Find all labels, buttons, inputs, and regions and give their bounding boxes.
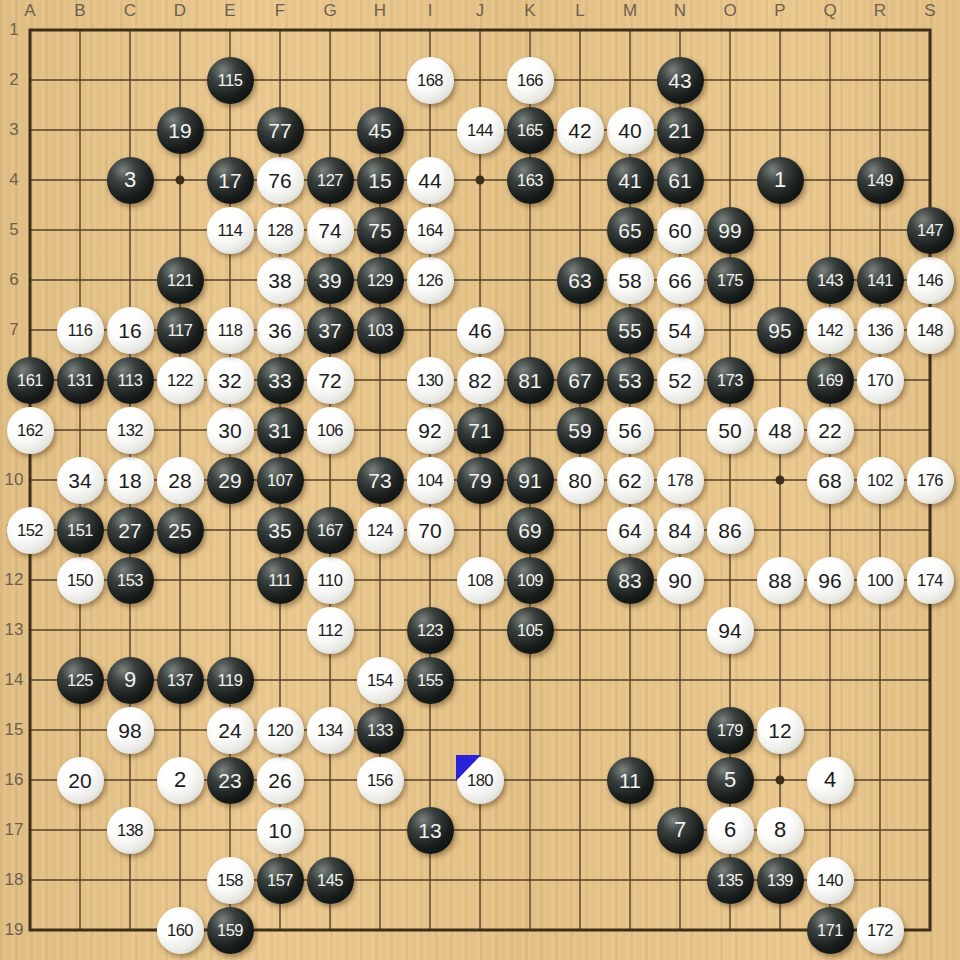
stone-black-95[interactable]: 95 bbox=[757, 307, 804, 354]
stone-black-167[interactable]: 167 bbox=[307, 507, 354, 554]
stone-move-number: 148 bbox=[917, 322, 943, 339]
stone-white-38[interactable]: 38 bbox=[257, 257, 304, 304]
stone-move-number: 94 bbox=[718, 620, 741, 641]
stone-black-37[interactable]: 37 bbox=[307, 307, 354, 354]
stone-white-124[interactable]: 124 bbox=[357, 507, 404, 554]
stone-white-154[interactable]: 154 bbox=[357, 657, 404, 704]
row-label: 18 bbox=[0, 871, 28, 889]
stone-move-number: 18 bbox=[118, 470, 141, 491]
stone-black-45[interactable]: 45 bbox=[357, 107, 404, 154]
stone-move-number: 74 bbox=[318, 220, 341, 241]
stone-white-106[interactable]: 106 bbox=[307, 407, 354, 454]
stone-white-88[interactable]: 88 bbox=[757, 557, 804, 604]
col-label: Q bbox=[816, 2, 844, 20]
stone-white-32[interactable]: 32 bbox=[207, 357, 254, 404]
row-label: 7 bbox=[0, 321, 28, 339]
stone-white-140[interactable]: 140 bbox=[807, 857, 854, 904]
stone-move-number: 84 bbox=[668, 520, 691, 541]
stone-black-159[interactable]: 159 bbox=[207, 907, 254, 954]
stone-black-149[interactable]: 149 bbox=[857, 157, 904, 204]
stone-move-number: 66 bbox=[668, 270, 691, 291]
stone-black-23[interactable]: 23 bbox=[207, 757, 254, 804]
stone-black-133[interactable]: 133 bbox=[357, 707, 404, 754]
stone-white-68[interactable]: 68 bbox=[807, 457, 854, 504]
row-label: 4 bbox=[0, 171, 28, 189]
stone-white-100[interactable]: 100 bbox=[857, 557, 904, 604]
stone-white-50[interactable]: 50 bbox=[707, 407, 754, 454]
stone-black-77[interactable]: 77 bbox=[257, 107, 304, 154]
stone-move-number: 150 bbox=[67, 572, 93, 589]
stone-white-26[interactable]: 26 bbox=[257, 757, 304, 804]
stone-white-98[interactable]: 98 bbox=[107, 707, 154, 754]
stone-black-33[interactable]: 33 bbox=[257, 357, 304, 404]
stone-move-number: 155 bbox=[417, 672, 443, 689]
stone-white-6[interactable]: 6 bbox=[707, 807, 754, 854]
col-label: A bbox=[16, 2, 44, 20]
stone-white-40[interactable]: 40 bbox=[607, 107, 654, 154]
stone-white-60[interactable]: 60 bbox=[657, 207, 704, 254]
stone-black-21[interactable]: 21 bbox=[657, 107, 704, 154]
stone-move-number: 115 bbox=[218, 72, 243, 89]
stone-black-99[interactable]: 99 bbox=[707, 207, 754, 254]
stone-move-number: 22 bbox=[818, 420, 841, 441]
col-label: B bbox=[66, 2, 94, 20]
stone-move-number: 125 bbox=[67, 672, 93, 689]
stone-black-125[interactable]: 125 bbox=[57, 657, 104, 704]
stone-move-number: 52 bbox=[668, 370, 691, 391]
stone-white-102[interactable]: 102 bbox=[857, 457, 904, 504]
stone-move-number: 152 bbox=[17, 522, 43, 539]
stone-white-116[interactable]: 116 bbox=[57, 307, 104, 354]
stone-move-number: 128 bbox=[267, 222, 293, 239]
stone-black-153[interactable]: 153 bbox=[107, 557, 154, 604]
stone-move-number: 178 bbox=[667, 472, 693, 489]
stone-white-18[interactable]: 18 bbox=[107, 457, 154, 504]
stone-black-11[interactable]: 11 bbox=[607, 757, 654, 804]
stone-white-2[interactable]: 2 bbox=[157, 757, 204, 804]
stone-black-109[interactable]: 109 bbox=[507, 557, 554, 604]
col-label: P bbox=[766, 2, 794, 20]
stone-move-number: 151 bbox=[67, 522, 93, 539]
stone-move-number: 171 bbox=[817, 922, 843, 939]
stone-move-number: 20 bbox=[68, 770, 91, 791]
stone-white-62[interactable]: 62 bbox=[607, 457, 654, 504]
stone-move-number: 112 bbox=[318, 622, 343, 639]
stone-black-139[interactable]: 139 bbox=[757, 857, 804, 904]
stone-white-132[interactable]: 132 bbox=[107, 407, 154, 454]
stone-black-103[interactable]: 103 bbox=[357, 307, 404, 354]
stone-black-15[interactable]: 15 bbox=[357, 157, 404, 204]
stone-black-91[interactable]: 91 bbox=[507, 457, 554, 504]
stone-white-136[interactable]: 136 bbox=[857, 307, 904, 354]
stone-move-number: 173 bbox=[717, 372, 743, 389]
stone-move-number: 71 bbox=[468, 420, 491, 441]
stone-move-number: 16 bbox=[118, 320, 141, 341]
col-label: D bbox=[166, 2, 194, 20]
stone-white-8[interactable]: 8 bbox=[757, 807, 804, 854]
stone-white-114[interactable]: 114 bbox=[207, 207, 254, 254]
stone-white-176[interactable]: 176 bbox=[907, 457, 954, 504]
stone-move-number: 42 bbox=[568, 120, 591, 141]
stone-move-number: 54 bbox=[668, 320, 691, 341]
stone-move-number: 111 bbox=[268, 572, 292, 589]
stone-move-number: 146 bbox=[917, 272, 943, 289]
stone-white-158[interactable]: 158 bbox=[207, 857, 254, 904]
stone-white-10[interactable]: 10 bbox=[257, 807, 304, 854]
stone-white-168[interactable]: 168 bbox=[407, 57, 454, 104]
col-label: I bbox=[416, 2, 444, 20]
stone-black-163[interactable]: 163 bbox=[507, 157, 554, 204]
col-label: E bbox=[216, 2, 244, 20]
stone-black-41[interactable]: 41 bbox=[607, 157, 654, 204]
stone-move-number: 25 bbox=[168, 520, 191, 541]
stone-white-48[interactable]: 48 bbox=[757, 407, 804, 454]
stone-move-number: 119 bbox=[218, 672, 243, 689]
stone-black-123[interactable]: 123 bbox=[407, 607, 454, 654]
stone-white-64[interactable]: 64 bbox=[607, 507, 654, 554]
stone-move-number: 104 bbox=[417, 472, 443, 489]
stone-black-175[interactable]: 175 bbox=[707, 257, 754, 304]
stone-white-80[interactable]: 80 bbox=[557, 457, 604, 504]
stone-move-number: 168 bbox=[417, 72, 443, 89]
stone-white-152[interactable]: 152 bbox=[7, 507, 54, 554]
stone-move-number: 142 bbox=[817, 322, 843, 339]
stone-move-number: 70 bbox=[418, 520, 441, 541]
stone-black-117[interactable]: 117 bbox=[157, 307, 204, 354]
stone-move-number: 136 bbox=[867, 322, 893, 339]
stone-black-119[interactable]: 119 bbox=[207, 657, 254, 704]
stone-white-22[interactable]: 22 bbox=[807, 407, 854, 454]
stone-move-number: 26 bbox=[268, 770, 291, 791]
stone-move-number: 11 bbox=[619, 770, 641, 791]
stone-move-number: 127 bbox=[317, 172, 343, 189]
col-label: S bbox=[916, 2, 944, 20]
stone-black-157[interactable]: 157 bbox=[257, 857, 304, 904]
stone-white-172[interactable]: 172 bbox=[857, 907, 904, 954]
stone-white-122[interactable]: 122 bbox=[157, 357, 204, 404]
stone-black-127[interactable]: 127 bbox=[307, 157, 354, 204]
stone-black-53[interactable]: 53 bbox=[607, 357, 654, 404]
stone-white-142[interactable]: 142 bbox=[807, 307, 854, 354]
stone-white-44[interactable]: 44 bbox=[407, 157, 454, 204]
stone-move-number: 46 bbox=[468, 320, 491, 341]
stone-black-9[interactable]: 9 bbox=[107, 657, 154, 704]
stone-white-12[interactable]: 12 bbox=[757, 707, 804, 754]
stone-white-34[interactable]: 34 bbox=[57, 457, 104, 504]
stone-black-171[interactable]: 171 bbox=[807, 907, 854, 954]
stone-move-number: 34 bbox=[68, 470, 91, 491]
stone-move-number: 75 bbox=[368, 220, 391, 241]
stone-move-number: 38 bbox=[268, 270, 291, 291]
stone-move-number: 109 bbox=[517, 572, 543, 589]
stone-black-25[interactable]: 25 bbox=[157, 507, 204, 554]
stone-white-76[interactable]: 76 bbox=[257, 157, 304, 204]
stone-move-number: 134 bbox=[317, 722, 343, 739]
stone-move-number: 63 bbox=[568, 270, 591, 291]
stone-move-number: 30 bbox=[218, 420, 241, 441]
stone-black-29[interactable]: 29 bbox=[207, 457, 254, 504]
stone-move-number: 21 bbox=[668, 120, 691, 141]
stone-move-number: 61 bbox=[668, 170, 691, 191]
stone-white-66[interactable]: 66 bbox=[657, 257, 704, 304]
stone-move-number: 55 bbox=[618, 320, 641, 341]
stone-black-105[interactable]: 105 bbox=[507, 607, 554, 654]
stone-move-number: 64 bbox=[618, 520, 641, 541]
stone-move-number: 156 bbox=[367, 772, 393, 789]
stone-white-174[interactable]: 174 bbox=[907, 557, 954, 604]
stone-white-20[interactable]: 20 bbox=[57, 757, 104, 804]
stone-black-75[interactable]: 75 bbox=[357, 207, 404, 254]
stone-black-81[interactable]: 81 bbox=[507, 357, 554, 404]
stone-black-73[interactable]: 73 bbox=[357, 457, 404, 504]
stone-white-104[interactable]: 104 bbox=[407, 457, 454, 504]
stone-white-178[interactable]: 178 bbox=[657, 457, 704, 504]
row-label: 17 bbox=[0, 821, 28, 839]
stone-black-59[interactable]: 59 bbox=[557, 407, 604, 454]
stone-black-121[interactable]: 121 bbox=[157, 257, 204, 304]
stone-move-number: 45 bbox=[368, 120, 391, 141]
stone-move-number: 159 bbox=[217, 922, 243, 939]
stone-black-35[interactable]: 35 bbox=[257, 507, 304, 554]
row-label: 5 bbox=[0, 221, 28, 239]
stone-black-69[interactable]: 69 bbox=[507, 507, 554, 554]
stone-black-61[interactable]: 61 bbox=[657, 157, 704, 204]
stone-move-number: 164 bbox=[417, 222, 443, 239]
stone-move-number: 106 bbox=[317, 422, 343, 439]
stone-black-71[interactable]: 71 bbox=[457, 407, 504, 454]
stone-white-54[interactable]: 54 bbox=[657, 307, 704, 354]
stone-white-82[interactable]: 82 bbox=[457, 357, 504, 404]
stone-white-90[interactable]: 90 bbox=[657, 557, 704, 604]
stone-white-112[interactable]: 112 bbox=[307, 607, 354, 654]
stone-move-number: 32 bbox=[218, 370, 241, 391]
stone-white-72[interactable]: 72 bbox=[307, 357, 354, 404]
stone-white-130[interactable]: 130 bbox=[407, 357, 454, 404]
stone-move-number: 79 bbox=[468, 470, 491, 491]
stone-white-42[interactable]: 42 bbox=[557, 107, 604, 154]
stone-black-31[interactable]: 31 bbox=[257, 407, 304, 454]
stone-black-67[interactable]: 67 bbox=[557, 357, 604, 404]
stone-white-70[interactable]: 70 bbox=[407, 507, 454, 554]
col-label: O bbox=[716, 2, 744, 20]
stone-black-5[interactable]: 5 bbox=[707, 757, 754, 804]
stone-move-number: 6 bbox=[724, 819, 736, 841]
stone-move-number: 13 bbox=[418, 820, 441, 841]
stone-move-number: 169 bbox=[817, 372, 843, 389]
stone-white-164[interactable]: 164 bbox=[407, 207, 454, 254]
stone-white-46[interactable]: 46 bbox=[457, 307, 504, 354]
stone-black-63[interactable]: 63 bbox=[557, 257, 604, 304]
stone-move-number: 65 bbox=[618, 220, 641, 241]
stone-white-146[interactable]: 146 bbox=[907, 257, 954, 304]
stone-black-137[interactable]: 137 bbox=[157, 657, 204, 704]
stone-black-129[interactable]: 129 bbox=[357, 257, 404, 304]
stone-move-number: 138 bbox=[117, 822, 143, 839]
row-label: 14 bbox=[0, 671, 28, 689]
stone-move-number: 124 bbox=[367, 522, 393, 539]
stone-black-83[interactable]: 83 bbox=[607, 557, 654, 604]
stone-black-135[interactable]: 135 bbox=[707, 857, 754, 904]
stone-move-number: 59 bbox=[568, 420, 591, 441]
stone-black-43[interactable]: 43 bbox=[657, 57, 704, 104]
stone-black-173[interactable]: 173 bbox=[707, 357, 754, 404]
stone-white-74[interactable]: 74 bbox=[307, 207, 354, 254]
row-label: 16 bbox=[0, 771, 28, 789]
stone-move-number: 113 bbox=[118, 372, 143, 389]
stone-white-150[interactable]: 150 bbox=[57, 557, 104, 604]
stone-move-number: 100 bbox=[867, 572, 893, 589]
stone-black-161[interactable]: 161 bbox=[7, 357, 54, 404]
stone-black-17[interactable]: 17 bbox=[207, 157, 254, 204]
go-board[interactable]: A1B2C3D4E5F6G7H8I9J10K11L12M13N14O15P16Q… bbox=[0, 0, 960, 960]
stone-black-155[interactable]: 155 bbox=[407, 657, 454, 704]
col-label: K bbox=[516, 2, 544, 20]
stone-black-113[interactable]: 113 bbox=[107, 357, 154, 404]
stone-white-108[interactable]: 108 bbox=[457, 557, 504, 604]
stone-move-number: 68 bbox=[818, 470, 841, 491]
stone-move-number: 121 bbox=[167, 272, 193, 289]
stone-white-86[interactable]: 86 bbox=[707, 507, 754, 554]
stone-white-144[interactable]: 144 bbox=[457, 107, 504, 154]
stone-white-58[interactable]: 58 bbox=[607, 257, 654, 304]
row-label: 2 bbox=[0, 71, 28, 89]
stone-move-number: 50 bbox=[718, 420, 741, 441]
stone-move-number: 36 bbox=[268, 320, 291, 341]
stone-move-number: 90 bbox=[668, 570, 691, 591]
stone-move-number: 41 bbox=[618, 170, 641, 191]
col-label: C bbox=[116, 2, 144, 20]
stone-white-52[interactable]: 52 bbox=[657, 357, 704, 404]
stone-move-number: 117 bbox=[168, 322, 193, 339]
stone-black-3[interactable]: 3 bbox=[107, 157, 154, 204]
stone-move-number: 140 bbox=[817, 872, 843, 889]
stone-white-16[interactable]: 16 bbox=[107, 307, 154, 354]
stone-move-number: 29 bbox=[218, 470, 241, 491]
stone-move-number: 56 bbox=[618, 420, 641, 441]
stone-move-number: 166 bbox=[517, 72, 543, 89]
stone-black-13[interactable]: 13 bbox=[407, 807, 454, 854]
stone-move-number: 145 bbox=[317, 872, 343, 889]
stone-white-92[interactable]: 92 bbox=[407, 407, 454, 454]
stone-move-number: 139 bbox=[767, 872, 793, 889]
stone-white-134[interactable]: 134 bbox=[307, 707, 354, 754]
stone-black-131[interactable]: 131 bbox=[57, 357, 104, 404]
stone-move-number: 19 bbox=[168, 120, 191, 141]
stone-black-27[interactable]: 27 bbox=[107, 507, 154, 554]
col-label: L bbox=[566, 2, 594, 20]
stone-move-number: 160 bbox=[167, 922, 193, 939]
stone-move-number: 131 bbox=[67, 372, 93, 389]
stone-white-170[interactable]: 170 bbox=[857, 357, 904, 404]
stone-black-107[interactable]: 107 bbox=[257, 457, 304, 504]
stone-black-145[interactable]: 145 bbox=[307, 857, 354, 904]
stone-black-79[interactable]: 79 bbox=[457, 457, 504, 504]
stone-white-118[interactable]: 118 bbox=[207, 307, 254, 354]
stone-black-141[interactable]: 141 bbox=[857, 257, 904, 304]
stone-move-number: 48 bbox=[768, 420, 791, 441]
stone-white-156[interactable]: 156 bbox=[357, 757, 404, 804]
stone-black-39[interactable]: 39 bbox=[307, 257, 354, 304]
stone-move-number: 122 bbox=[167, 372, 193, 389]
stone-move-number: 9 bbox=[124, 669, 136, 691]
stone-move-number: 108 bbox=[467, 572, 493, 589]
stone-black-179[interactable]: 179 bbox=[707, 707, 754, 754]
stone-move-number: 35 bbox=[268, 520, 291, 541]
stone-move-number: 118 bbox=[218, 322, 243, 339]
stone-white-4[interactable]: 4 bbox=[807, 757, 854, 804]
stone-white-84[interactable]: 84 bbox=[657, 507, 704, 554]
row-label: 15 bbox=[0, 721, 28, 739]
stone-move-number: 53 bbox=[618, 370, 641, 391]
stone-white-148[interactable]: 148 bbox=[907, 307, 954, 354]
stone-move-number: 96 bbox=[818, 570, 841, 591]
stone-white-120[interactable]: 120 bbox=[257, 707, 304, 754]
stone-move-number: 1 bbox=[774, 169, 786, 191]
stone-move-number: 179 bbox=[717, 722, 743, 739]
stone-move-number: 23 bbox=[218, 770, 241, 791]
stone-white-162[interactable]: 162 bbox=[7, 407, 54, 454]
stone-move-number: 24 bbox=[218, 720, 241, 741]
row-label: 12 bbox=[0, 571, 28, 589]
stone-black-115[interactable]: 115 bbox=[207, 57, 254, 104]
stone-white-30[interactable]: 30 bbox=[207, 407, 254, 454]
stone-move-number: 176 bbox=[917, 472, 943, 489]
stone-black-169[interactable]: 169 bbox=[807, 357, 854, 404]
stone-white-36[interactable]: 36 bbox=[257, 307, 304, 354]
row-label: 3 bbox=[0, 121, 28, 139]
stone-white-166[interactable]: 166 bbox=[507, 57, 554, 104]
stone-move-number: 91 bbox=[518, 470, 541, 491]
stone-move-number: 43 bbox=[668, 70, 691, 91]
stone-move-number: 12 bbox=[768, 720, 791, 741]
stone-white-28[interactable]: 28 bbox=[157, 457, 204, 504]
stone-white-160[interactable]: 160 bbox=[157, 907, 204, 954]
stone-black-65[interactable]: 65 bbox=[607, 207, 654, 254]
stone-move-number: 158 bbox=[217, 872, 243, 889]
stone-black-143[interactable]: 143 bbox=[807, 257, 854, 304]
stone-white-96[interactable]: 96 bbox=[807, 557, 854, 604]
stone-white-128[interactable]: 128 bbox=[257, 207, 304, 254]
stone-move-number: 67 bbox=[568, 370, 591, 391]
stone-white-110[interactable]: 110 bbox=[307, 557, 354, 604]
stone-move-number: 137 bbox=[167, 672, 193, 689]
stone-black-111[interactable]: 111 bbox=[257, 557, 304, 604]
stone-black-165[interactable]: 165 bbox=[507, 107, 554, 154]
stone-white-56[interactable]: 56 bbox=[607, 407, 654, 454]
stone-white-138[interactable]: 138 bbox=[107, 807, 154, 854]
stone-move-number: 77 bbox=[268, 120, 291, 141]
stone-move-number: 10 bbox=[268, 820, 291, 841]
row-label: 10 bbox=[0, 471, 28, 489]
stone-black-19[interactable]: 19 bbox=[157, 107, 204, 154]
stone-black-147[interactable]: 147 bbox=[907, 207, 954, 254]
stone-black-1[interactable]: 1 bbox=[757, 157, 804, 204]
row-label: 1 bbox=[0, 21, 28, 39]
stone-black-7[interactable]: 7 bbox=[657, 807, 704, 854]
stone-move-number: 73 bbox=[368, 470, 391, 491]
stone-move-number: 120 bbox=[267, 722, 293, 739]
stone-move-number: 82 bbox=[468, 370, 491, 391]
stone-black-151[interactable]: 151 bbox=[57, 507, 104, 554]
stone-move-number: 130 bbox=[417, 372, 443, 389]
stone-black-55[interactable]: 55 bbox=[607, 307, 654, 354]
stone-move-number: 129 bbox=[367, 272, 393, 289]
stone-white-94[interactable]: 94 bbox=[707, 607, 754, 654]
stone-white-24[interactable]: 24 bbox=[207, 707, 254, 754]
stone-white-126[interactable]: 126 bbox=[407, 257, 454, 304]
stone-move-number: 58 bbox=[618, 270, 641, 291]
stone-move-number: 83 bbox=[618, 570, 641, 591]
